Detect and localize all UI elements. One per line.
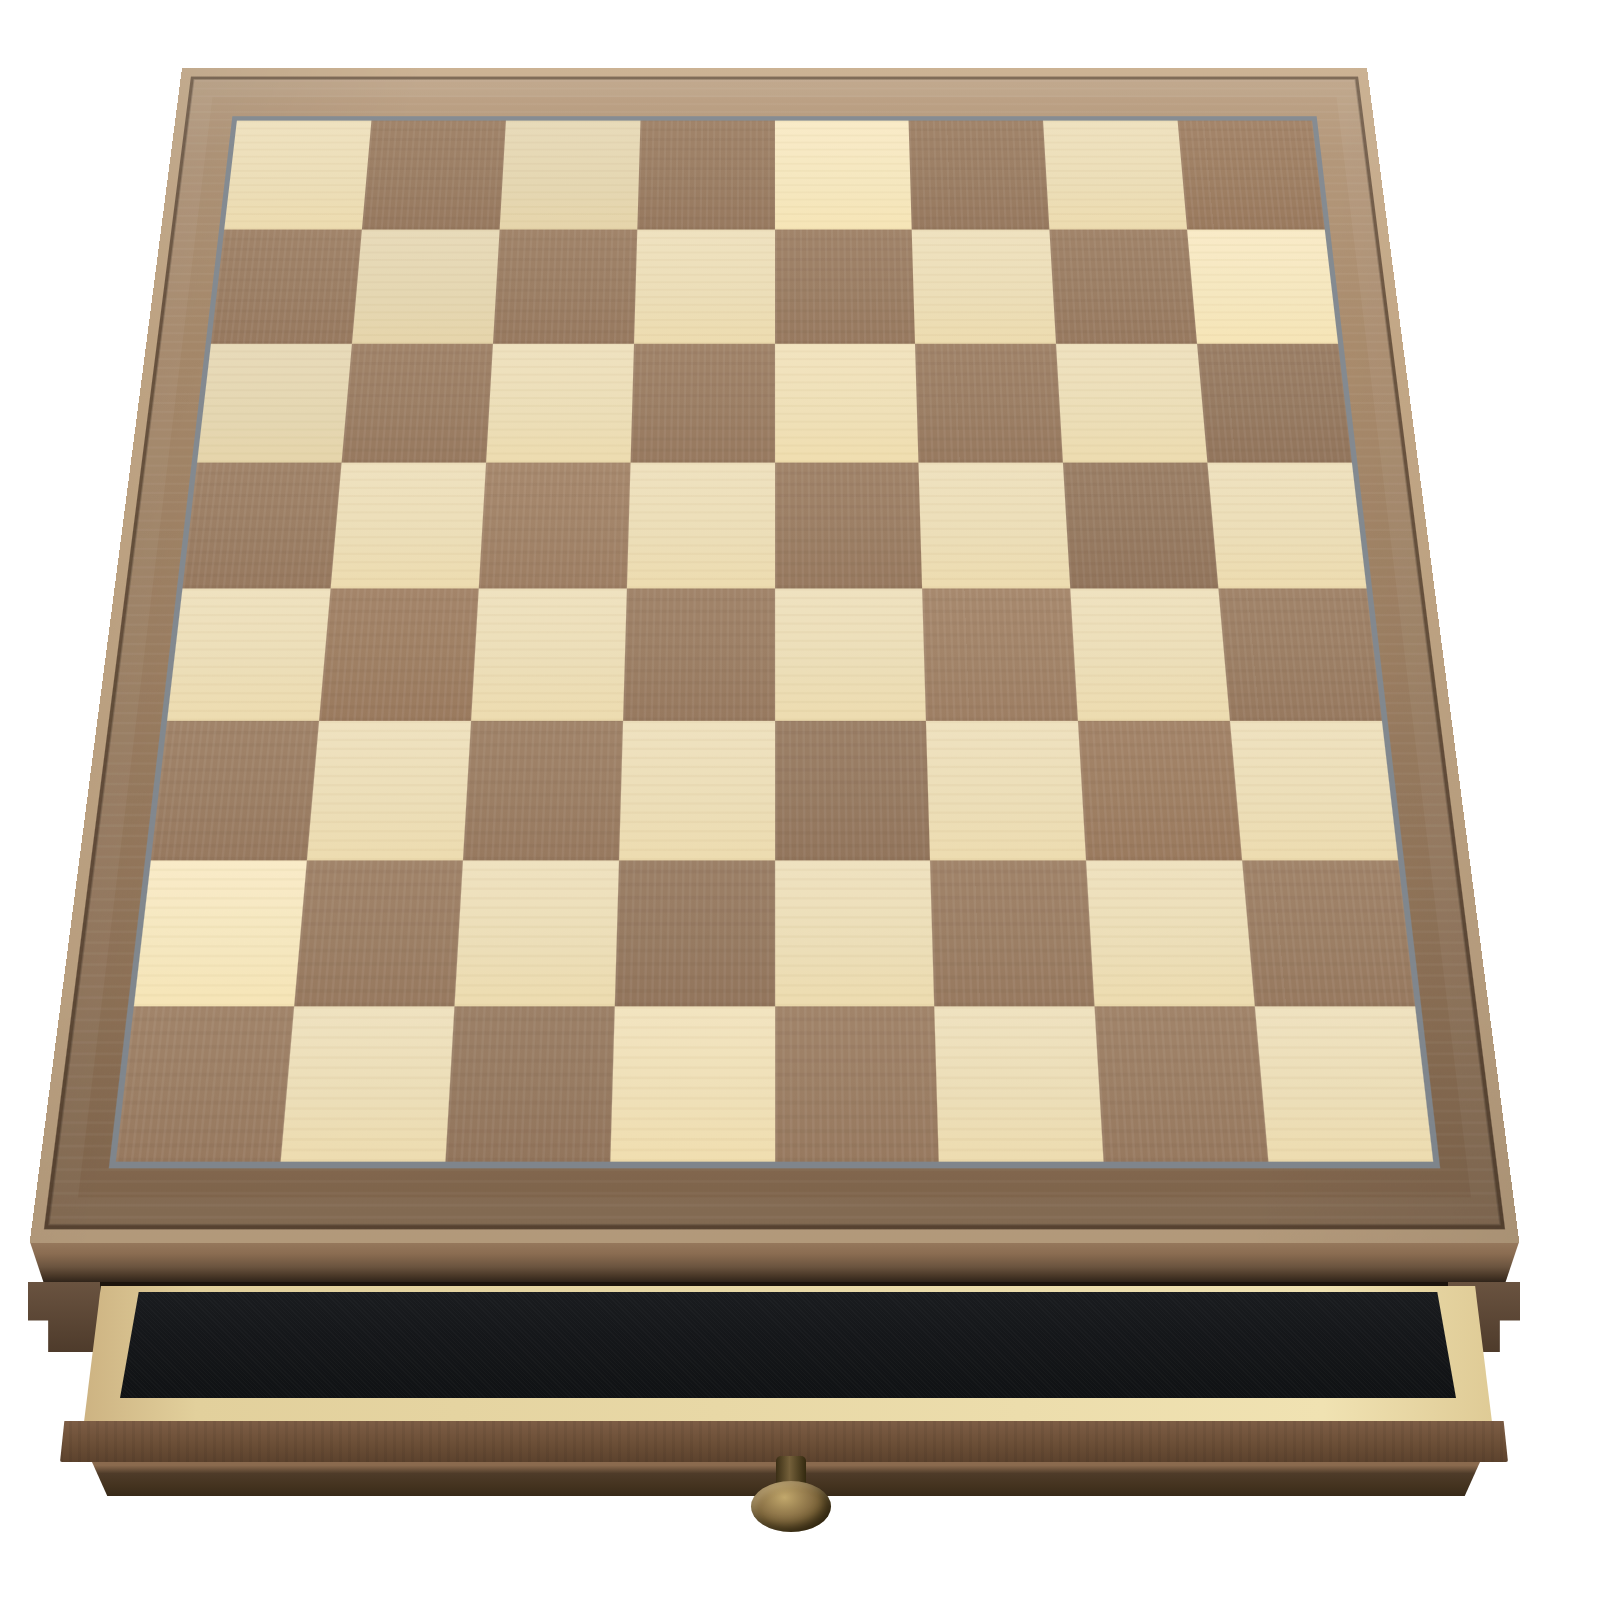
square-c3[interactable] (463, 721, 623, 860)
square-h2[interactable] (1242, 860, 1415, 1007)
square-d8[interactable] (637, 121, 775, 230)
square-a7[interactable] (211, 229, 362, 343)
square-h5[interactable] (1208, 463, 1367, 589)
square-c5[interactable] (478, 463, 630, 589)
square-h4[interactable] (1219, 588, 1382, 720)
square-f7[interactable] (912, 229, 1056, 343)
square-g7[interactable] (1050, 229, 1198, 343)
square-a4[interactable] (167, 588, 330, 720)
square-c7[interactable] (493, 229, 637, 343)
square-c6[interactable] (486, 343, 634, 463)
square-g4[interactable] (1071, 588, 1231, 720)
square-e6[interactable] (775, 343, 919, 463)
square-g3[interactable] (1078, 721, 1242, 860)
square-b2[interactable] (294, 860, 463, 1007)
square-d2[interactable] (614, 860, 774, 1007)
square-e1[interactable] (775, 1007, 940, 1162)
square-f3[interactable] (926, 721, 1086, 860)
square-e2[interactable] (775, 860, 935, 1007)
square-g8[interactable] (1043, 121, 1187, 230)
square-d1[interactable] (610, 1007, 775, 1162)
square-a8[interactable] (224, 121, 371, 230)
square-h6[interactable] (1197, 343, 1352, 463)
square-f8[interactable] (909, 121, 1050, 230)
square-d6[interactable] (630, 343, 774, 463)
square-e3[interactable] (775, 721, 931, 860)
square-c4[interactable] (471, 588, 627, 720)
square-d5[interactable] (626, 463, 774, 589)
square-e5[interactable] (775, 463, 923, 589)
square-f6[interactable] (915, 343, 1063, 463)
square-f5[interactable] (919, 463, 1071, 589)
square-b6[interactable] (341, 343, 492, 463)
square-h1[interactable] (1255, 1007, 1433, 1162)
square-b5[interactable] (330, 463, 485, 589)
box-base-side-left (28, 1282, 100, 1352)
square-b4[interactable] (319, 588, 479, 720)
square-e8[interactable] (775, 121, 913, 230)
square-e4[interactable] (775, 588, 927, 720)
square-b1[interactable] (280, 1007, 454, 1162)
drawer-knob[interactable] (751, 1481, 831, 1532)
square-f4[interactable] (923, 588, 1079, 720)
square-h3[interactable] (1230, 721, 1398, 860)
square-g6[interactable] (1056, 343, 1207, 463)
square-d3[interactable] (619, 721, 775, 860)
square-a2[interactable] (134, 860, 307, 1007)
square-c1[interactable] (445, 1007, 614, 1162)
square-a6[interactable] (197, 343, 352, 463)
square-a1[interactable] (116, 1007, 294, 1162)
storage-drawer (84, 1286, 1492, 1422)
square-a3[interactable] (151, 721, 319, 860)
square-e7[interactable] (775, 229, 916, 343)
square-f1[interactable] (935, 1007, 1104, 1162)
square-h8[interactable] (1178, 121, 1325, 230)
square-c8[interactable] (499, 121, 640, 230)
square-f2[interactable] (930, 860, 1094, 1007)
square-c2[interactable] (454, 860, 618, 1007)
drawer-foam-liner (120, 1292, 1456, 1398)
square-g1[interactable] (1095, 1007, 1269, 1162)
square-a5[interactable] (182, 463, 341, 589)
square-b7[interactable] (352, 229, 500, 343)
square-d7[interactable] (634, 229, 775, 343)
square-b3[interactable] (307, 721, 471, 860)
chess-board (30, 68, 1520, 1243)
board-front-edge (30, 1242, 1519, 1282)
square-b8[interactable] (362, 121, 506, 230)
chess-board-box-photo (0, 0, 1600, 1600)
board-squares-grid (116, 121, 1433, 1162)
square-d4[interactable] (623, 588, 775, 720)
square-h7[interactable] (1187, 229, 1338, 343)
square-g5[interactable] (1063, 463, 1218, 589)
square-g2[interactable] (1086, 860, 1255, 1007)
